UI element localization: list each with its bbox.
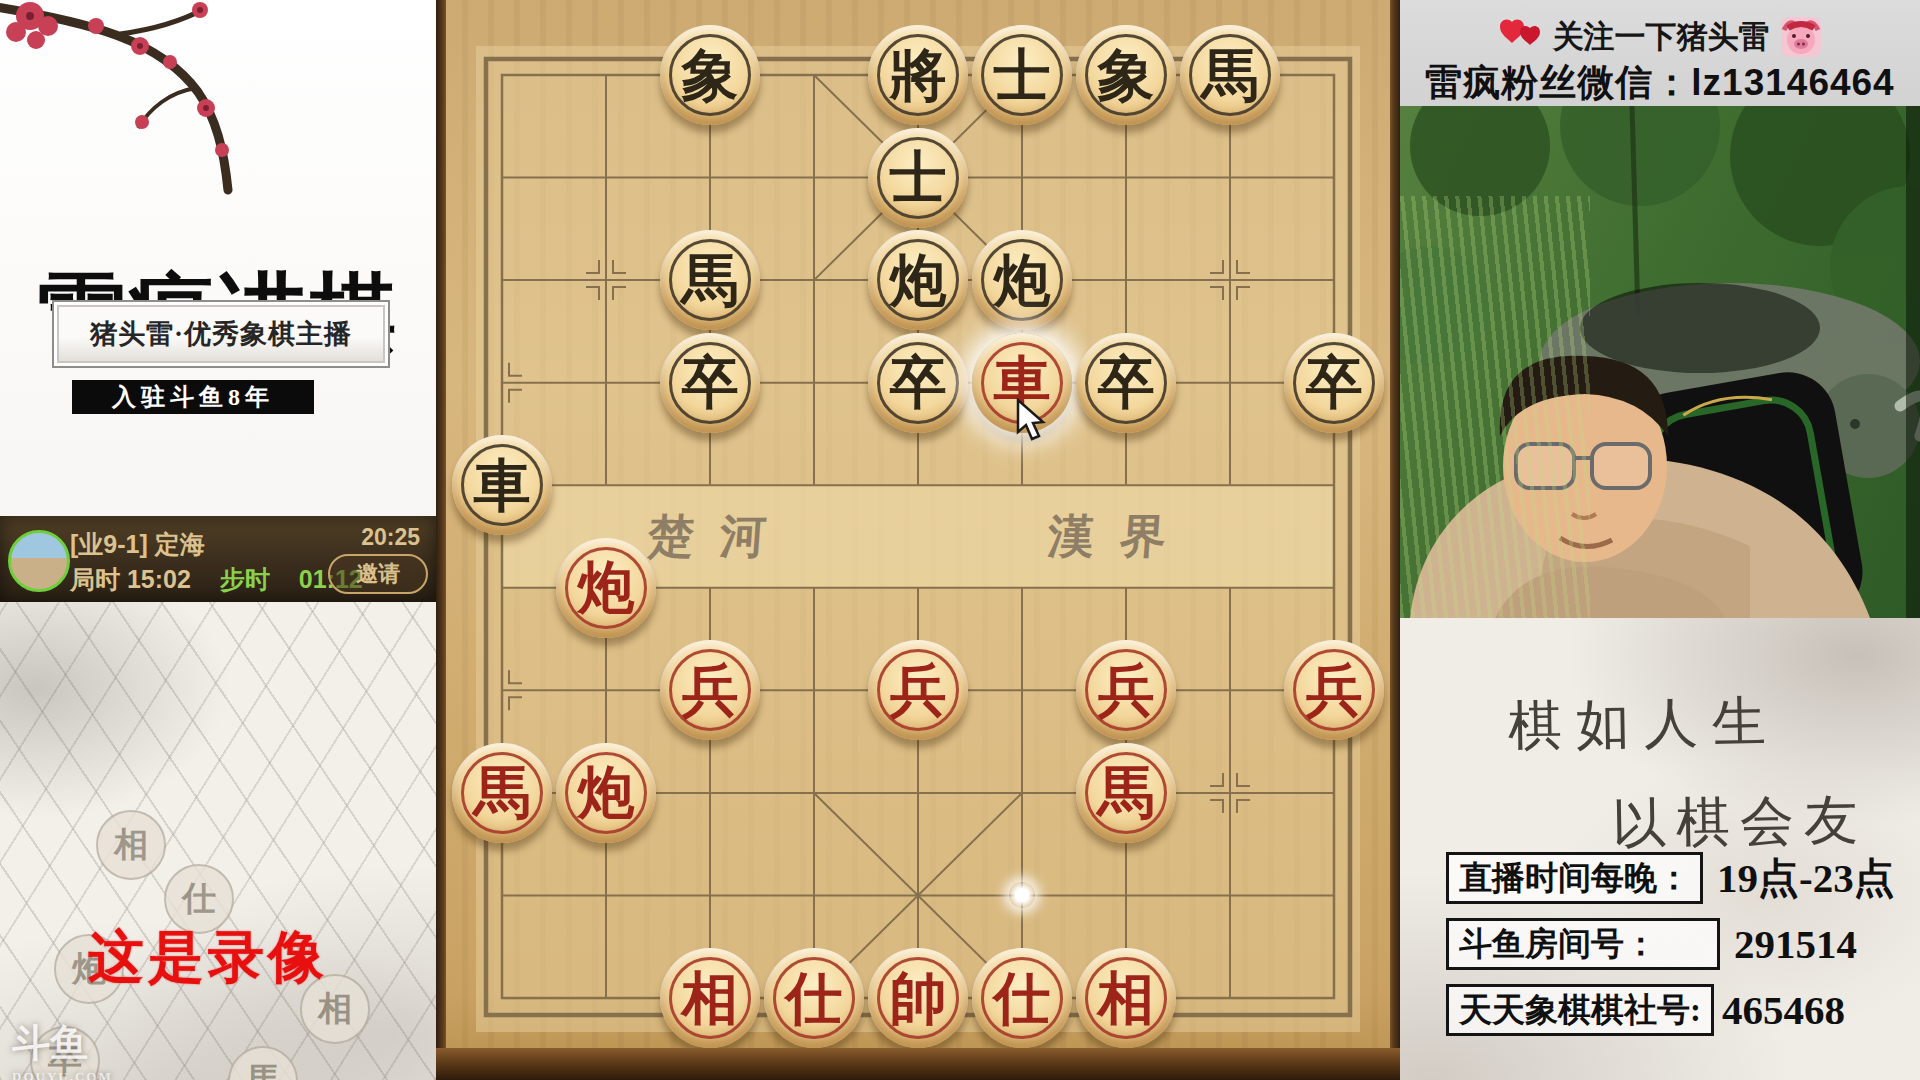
game-time-value: 15:02 — [127, 565, 191, 593]
piece-black-cannon[interactable]: 炮 — [868, 230, 968, 330]
schedule-label: 直播时间每晚： — [1446, 852, 1703, 904]
follow-banner: 关注一下猪头雷 雷疯粉丝微信：lz13146464 — [1400, 0, 1920, 106]
piece-red-soldier[interactable]: 兵 — [660, 640, 760, 740]
game-time-label: 局时 — [70, 565, 120, 593]
piece-red-elephant[interactable]: 相 — [660, 948, 760, 1048]
piece-black-horse[interactable]: 馬 — [660, 230, 760, 330]
piece-black-elephant[interactable]: 象 — [660, 25, 760, 125]
clock: 20:25 — [361, 524, 420, 551]
player-avatar[interactable] — [8, 530, 70, 592]
piece-black-cannon[interactable]: 炮 — [972, 230, 1072, 330]
info-row-room: 斗鱼房间号： 291514 — [1446, 918, 1906, 970]
schedule-value: 19点-23点 — [1717, 851, 1895, 906]
board-panel: 楚河 漢界 象將士象馬士馬炮炮卒卒車卒卒車炮兵兵兵兵馬炮馬相仕帥仕相 — [436, 0, 1400, 1080]
match-info-bar: [业9-1] 定海 局时 15:02 步时 01:12 20:25 邀请 — [0, 516, 436, 602]
piece-red-soldier[interactable]: 兵 — [1284, 640, 1384, 740]
right-panel: 关注一下猪头雷 雷疯粉丝微信：lz13146464 — [1400, 0, 1920, 1080]
piece-red-soldier[interactable]: 兵 — [868, 640, 968, 740]
piece-red-horse[interactable]: 馬 — [452, 743, 552, 843]
piece-red-soldier[interactable]: 兵 — [1076, 640, 1176, 740]
watercolor-board-art: 相仕炮相馬卒 这是录像 斗鱼 DOUYU.COM — [0, 602, 436, 1080]
club-value: 465468 — [1722, 986, 1845, 1034]
piece-black-king[interactable]: 將 — [868, 25, 968, 125]
invite-button[interactable]: 邀请 — [328, 554, 428, 594]
piece-black-advisor[interactable]: 士 — [868, 128, 968, 228]
screen: 雷疯讲棋 猪头雷·优秀象棋主播 入驻斗鱼8年 [业9-1] 定海 局时 15:0… — [0, 0, 1920, 1080]
channel-subtitle: 猪头雷·优秀象棋主播 — [90, 316, 352, 352]
river-label-chu: 楚河 — [646, 506, 794, 568]
piece-red-cannon[interactable]: 炮 — [556, 538, 656, 638]
faded-board-lines — [0, 602, 436, 1080]
piece-red-king[interactable]: 帥 — [868, 948, 968, 1048]
piece-black-rook[interactable]: 車 — [452, 435, 552, 535]
pig-icon — [1780, 16, 1822, 58]
timers: 局时 15:02 步时 01:12 — [70, 563, 363, 596]
wechat-text: 雷疯粉丝微信：lz13146464 — [1400, 58, 1920, 108]
piece-red-cannon[interactable]: 炮 — [556, 743, 656, 843]
hearts-icon — [1499, 18, 1543, 56]
piece-black-soldier[interactable]: 卒 — [868, 333, 968, 433]
follow-text: 关注一下猪头雷 — [1553, 16, 1770, 58]
platform-banner: 入驻斗鱼8年 — [72, 380, 314, 414]
player-tag: [业9-1] 定海 — [70, 528, 205, 561]
piece-red-elephant[interactable]: 相 — [1076, 948, 1176, 1048]
piece-black-soldier[interactable]: 卒 — [1076, 333, 1176, 433]
piece-black-elephant[interactable]: 象 — [1076, 25, 1176, 125]
faded-piece: 相 — [96, 810, 166, 880]
move-origin-marker — [1009, 882, 1035, 908]
info-row-schedule: 直播时间每晚： 19点-23点 — [1446, 852, 1906, 904]
river-label-han: 漢界 — [1046, 506, 1194, 568]
club-label: 天天象棋棋社号: — [1446, 984, 1714, 1036]
motto-line-1: 棋如人生 — [1507, 686, 1780, 764]
webcam-video — [1400, 106, 1920, 618]
piece-red-horse[interactable]: 馬 — [1076, 743, 1176, 843]
room-label: 斗鱼房间号： — [1446, 918, 1720, 970]
piece-black-advisor[interactable]: 士 — [972, 25, 1072, 125]
board-table-edge — [436, 1048, 1400, 1080]
room-value: 291514 — [1734, 920, 1857, 968]
plum-blossom-art — [0, 0, 436, 210]
piece-black-horse[interactable]: 馬 — [1180, 25, 1280, 125]
grass-texture — [1400, 196, 1590, 618]
move-time-label: 步时 — [220, 565, 270, 593]
piece-red-advisor[interactable]: 仕 — [764, 948, 864, 1048]
douyu-watermark: 斗鱼 DOUYU.COM — [12, 1018, 113, 1080]
info-card: 棋如人生 以棋会友 直播时间每晚： 19点-23点 斗鱼房间号： 291514 … — [1400, 618, 1920, 1080]
mouse-cursor-icon — [1014, 398, 1054, 442]
video-right-edge — [1906, 106, 1920, 618]
left-sidebar: 雷疯讲棋 猪头雷·优秀象棋主播 入驻斗鱼8年 [业9-1] 定海 局时 15:0… — [0, 0, 436, 1080]
piece-black-soldier[interactable]: 卒 — [1284, 333, 1384, 433]
piece-black-soldier[interactable]: 卒 — [660, 333, 760, 433]
subtitle-frame: 猪头雷·优秀象棋主播 — [52, 300, 390, 368]
info-row-club: 天天象棋棋社号: 465468 — [1446, 984, 1906, 1036]
recording-note: 这是录像 — [88, 920, 328, 996]
piece-red-advisor[interactable]: 仕 — [972, 948, 1072, 1048]
